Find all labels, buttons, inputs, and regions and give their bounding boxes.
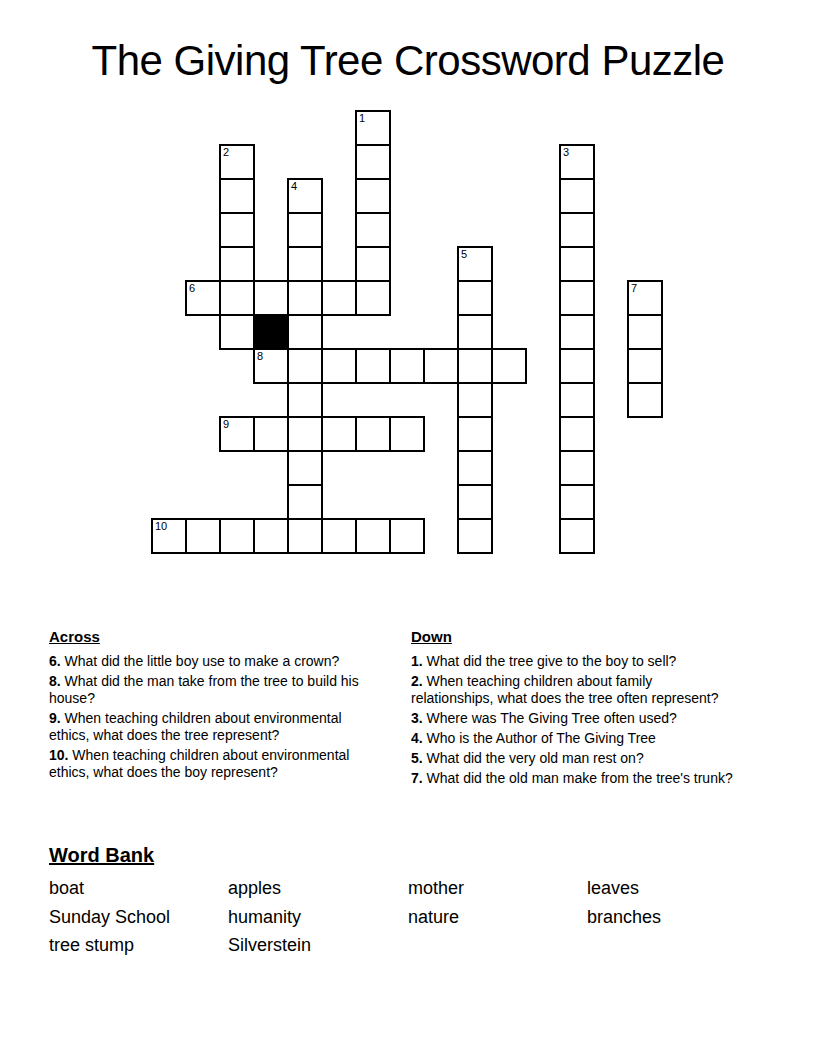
word-bank-word: Sunday School: [49, 903, 228, 932]
crossword-cell-r0c6[interactable]: 1: [355, 110, 391, 146]
crossword-cell-r6c9[interactable]: [457, 314, 493, 350]
crossword-cell-r7c6[interactable]: [355, 348, 391, 384]
clue-number-6: 6: [189, 282, 195, 294]
crossword-cell-r1c6[interactable]: [355, 144, 391, 180]
word-bank: boatapplesmotherleavesSunday Schoolhuman…: [49, 874, 769, 960]
crossword-cell-r7c9[interactable]: [457, 348, 493, 384]
clue-number-8: 8: [257, 350, 263, 362]
crossword-cell-r4c4[interactable]: [287, 246, 323, 282]
crossword-cell-r9c6[interactable]: [355, 416, 391, 452]
crossword-cell-r10c4[interactable]: [287, 450, 323, 486]
crossword-cell-r3c6[interactable]: [355, 212, 391, 248]
crossword-cell-r5c1[interactable]: 6: [185, 280, 221, 316]
clue-down-7: 7. What did the old man make from the tr…: [411, 770, 737, 787]
crossword-cell-r11c4[interactable]: [287, 484, 323, 520]
crossword-grid: 12345678910: [151, 110, 663, 554]
crossword-cell-r12c1[interactable]: [185, 518, 221, 554]
crossword-cell-r8c9[interactable]: [457, 382, 493, 418]
crossword-cell-r9c5[interactable]: [321, 416, 357, 452]
crossword-cell-r6c14[interactable]: [627, 314, 663, 350]
down-clue-list: 1. What did the tree give to the boy to …: [411, 653, 737, 787]
crossword-cell-r12c9[interactable]: [457, 518, 493, 554]
clue-number-1: 1: [359, 112, 365, 124]
crossword-cell-r7c4[interactable]: [287, 348, 323, 384]
crossword-cell-r7c8[interactable]: [423, 348, 459, 384]
crossword-cell-r9c9[interactable]: [457, 416, 493, 452]
word-bank-word: nature: [408, 903, 587, 932]
crossword-cell-r5c5[interactable]: [321, 280, 357, 316]
crossword-cell-r12c0[interactable]: 10: [151, 518, 187, 554]
crossword-cell-r7c3[interactable]: 8: [253, 348, 289, 384]
across-clue-list: 6. What did the little boy use to make a…: [49, 653, 361, 781]
word-bank-word: humanity: [228, 903, 408, 932]
word-bank-header: Word Bank: [49, 843, 154, 867]
crossword-cell-r10c9[interactable]: [457, 450, 493, 486]
crossword-cell-r5c12[interactable]: [559, 280, 595, 316]
crossword-cell-r3c2[interactable]: [219, 212, 255, 248]
crossword-cell-r4c6[interactable]: [355, 246, 391, 282]
word-bank-word: tree stump: [49, 931, 228, 960]
crossword-cell-r6c4[interactable]: [287, 314, 323, 350]
crossword-cell-r5c9[interactable]: [457, 280, 493, 316]
crossword-cell-r9c2[interactable]: 9: [219, 416, 255, 452]
crossword-cell-r7c10[interactable]: [491, 348, 527, 384]
clue-down-4: 4. Who is the Author of The Giving Tree: [411, 730, 737, 747]
clue-down-1: 1. What did the tree give to the boy to …: [411, 653, 737, 670]
clue-down-5: 5. What did the very old man rest on?: [411, 750, 737, 767]
crossword-cell-r2c12[interactable]: [559, 178, 595, 214]
crossword-cell-r8c4[interactable]: [287, 382, 323, 418]
crossword-cell-r8c14[interactable]: [627, 382, 663, 418]
clue-across-6: 6. What did the little boy use to make a…: [49, 653, 361, 670]
crossword-cell-r2c6[interactable]: [355, 178, 391, 214]
crossword-cell-r7c12[interactable]: [559, 348, 595, 384]
crossword-cell-r5c6[interactable]: [355, 280, 391, 316]
word-bank-word: apples: [228, 874, 408, 903]
crossword-cell-r10c12[interactable]: [559, 450, 595, 486]
crossword-cell-r4c2[interactable]: [219, 246, 255, 282]
down-clues-section: Down 1. What did the tree give to the bo…: [411, 628, 737, 790]
word-bank-word: leaves: [587, 874, 766, 903]
crossword-cell-r5c2[interactable]: [219, 280, 255, 316]
crossword-cell-r12c3[interactable]: [253, 518, 289, 554]
crossword-cell-r12c12[interactable]: [559, 518, 595, 554]
crossword-cell-r7c7[interactable]: [389, 348, 425, 384]
crossword-cell-r4c12[interactable]: [559, 246, 595, 282]
crossword-cell-r5c3[interactable]: [253, 280, 289, 316]
crossword-cell-r5c4[interactable]: [287, 280, 323, 316]
crossword-cell-r2c2[interactable]: [219, 178, 255, 214]
clue-across-10: 10. When teaching children about environ…: [49, 747, 361, 781]
crossword-cell-r12c7[interactable]: [389, 518, 425, 554]
crossword-cell-r12c4[interactable]: [287, 518, 323, 554]
clue-number-4: 4: [291, 180, 297, 192]
crossword-cell-r3c4[interactable]: [287, 212, 323, 248]
crossword-cell-r9c12[interactable]: [559, 416, 595, 452]
clue-down-3: 3. Where was The Giving Tree often used?: [411, 710, 737, 727]
crossword-cell-r9c7[interactable]: [389, 416, 425, 452]
worksheet-page: { "game": "crossword", "title": "The Giv…: [0, 0, 816, 1056]
crossword-cell-r8c12[interactable]: [559, 382, 595, 418]
crossword-cell-r11c9[interactable]: [457, 484, 493, 520]
word-bank-word: boat: [49, 874, 228, 903]
clue-across-9: 9. When teaching children about environm…: [49, 710, 361, 744]
clue-down-2: 2. When teaching children about family r…: [411, 673, 737, 707]
crossword-cell-r9c3[interactable]: [253, 416, 289, 452]
across-header: Across: [49, 628, 361, 646]
word-bank-word: branches: [587, 903, 766, 932]
crossword-cell-r6c12[interactable]: [559, 314, 595, 350]
clue-number-2: 2: [223, 146, 229, 158]
crossword-cell-r12c5[interactable]: [321, 518, 357, 554]
crossword-cell-r12c6[interactable]: [355, 518, 391, 554]
down-header: Down: [411, 628, 737, 646]
crossword-cell-r5c14[interactable]: 7: [627, 280, 663, 316]
crossword-cell-r3c12[interactable]: [559, 212, 595, 248]
crossword-cell-r4c9[interactable]: 5: [457, 246, 493, 282]
across-clues-section: Across 6. What did the little boy use to…: [49, 628, 361, 784]
clue-number-3: 3: [563, 146, 569, 158]
crossword-cell-r11c12[interactable]: [559, 484, 595, 520]
crossword-cell-r7c14[interactable]: [627, 348, 663, 384]
clue-number-9: 9: [223, 418, 229, 430]
page-title: The Giving Tree Crossword Puzzle: [0, 38, 816, 84]
clue-across-8: 8. What did the man take from the tree t…: [49, 673, 361, 707]
clue-number-5: 5: [461, 248, 467, 260]
crossword-cell-r7c5[interactable]: [321, 348, 357, 384]
word-bank-word: Silverstein: [228, 931, 408, 960]
clue-number-10: 10: [155, 520, 167, 532]
crossword-cell-r2c4[interactable]: 4: [287, 178, 323, 214]
word-bank-word: mother: [408, 874, 587, 903]
crossword-cell-r12c2[interactable]: [219, 518, 255, 554]
crossword-cell-r6c2[interactable]: [219, 314, 255, 350]
black-cell: [253, 314, 289, 350]
crossword-cell-r9c4[interactable]: [287, 416, 323, 452]
crossword-cell-r1c12[interactable]: 3: [559, 144, 595, 180]
crossword-cell-r1c2[interactable]: 2: [219, 144, 255, 180]
clue-number-7: 7: [631, 282, 637, 294]
